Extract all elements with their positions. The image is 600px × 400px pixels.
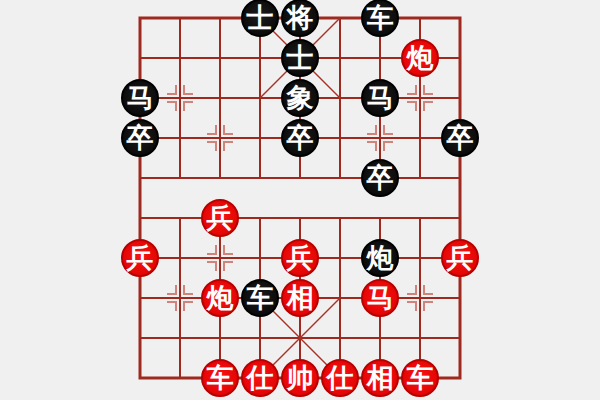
piece-glyph: 帅 bbox=[287, 364, 314, 391]
piece-black-general[interactable]: 将 bbox=[281, 0, 319, 37]
piece-glyph: 兵 bbox=[127, 244, 154, 271]
piece-glyph: 士 bbox=[247, 4, 274, 31]
piece-red-advisor[interactable]: 仕 bbox=[241, 359, 279, 397]
piece-red-soldier[interactable]: 兵 bbox=[281, 239, 319, 277]
piece-glyph: 马 bbox=[127, 84, 154, 111]
piece-glyph: 车 bbox=[407, 364, 434, 391]
piece-red-cannon[interactable]: 炮 bbox=[401, 39, 439, 77]
piece-glyph: 卒 bbox=[127, 124, 154, 151]
piece-glyph: 兵 bbox=[207, 204, 234, 231]
piece-red-elephant[interactable]: 相 bbox=[361, 359, 399, 397]
piece-glyph: 卒 bbox=[287, 124, 314, 151]
piece-glyph: 仕 bbox=[327, 364, 354, 391]
piece-red-advisor[interactable]: 仕 bbox=[321, 359, 359, 397]
piece-black-elephant[interactable]: 象 bbox=[281, 79, 319, 117]
piece-red-soldier[interactable]: 兵 bbox=[441, 239, 479, 277]
piece-red-soldier[interactable]: 兵 bbox=[121, 239, 159, 277]
piece-black-soldier[interactable]: 卒 bbox=[361, 159, 399, 197]
xiangqi-board[interactable]: 士将车士炮马象马卒卒卒卒兵兵兵炮兵炮车相马车仕帅仕相车 bbox=[120, 0, 480, 398]
piece-glyph: 卒 bbox=[447, 124, 474, 151]
piece-black-cannon[interactable]: 炮 bbox=[361, 239, 399, 277]
piece-black-advisor[interactable]: 士 bbox=[281, 39, 319, 77]
piece-glyph: 炮 bbox=[367, 244, 394, 271]
piece-glyph: 象 bbox=[287, 84, 314, 111]
piece-glyph: 相 bbox=[367, 364, 394, 391]
piece-glyph: 马 bbox=[367, 84, 394, 111]
piece-red-elephant[interactable]: 相 bbox=[281, 279, 319, 317]
piece-glyph: 仕 bbox=[247, 364, 274, 391]
piece-glyph: 相 bbox=[287, 284, 314, 311]
piece-glyph: 兵 bbox=[447, 244, 474, 271]
piece-glyph: 炮 bbox=[207, 284, 234, 311]
piece-black-advisor[interactable]: 士 bbox=[241, 0, 279, 37]
piece-black-horse[interactable]: 马 bbox=[121, 79, 159, 117]
piece-red-cannon[interactable]: 炮 bbox=[201, 279, 239, 317]
piece-red-chariot[interactable]: 车 bbox=[401, 359, 439, 397]
piece-glyph: 车 bbox=[207, 364, 234, 391]
xiangqi-diagram: 士将车士炮马象马卒卒卒卒兵兵兵炮兵炮车相马车仕帅仕相车 bbox=[0, 0, 600, 400]
piece-glyph: 马 bbox=[367, 284, 394, 311]
piece-black-chariot[interactable]: 车 bbox=[361, 0, 399, 37]
piece-red-soldier[interactable]: 兵 bbox=[201, 199, 239, 237]
piece-red-horse[interactable]: 马 bbox=[361, 279, 399, 317]
piece-glyph: 炮 bbox=[407, 44, 434, 71]
piece-glyph: 车 bbox=[247, 284, 274, 311]
piece-red-general[interactable]: 帅 bbox=[281, 359, 319, 397]
piece-black-soldier[interactable]: 卒 bbox=[121, 119, 159, 157]
piece-glyph: 士 bbox=[287, 44, 314, 71]
piece-red-chariot[interactable]: 车 bbox=[201, 359, 239, 397]
piece-black-soldier[interactable]: 卒 bbox=[441, 119, 479, 157]
piece-black-soldier[interactable]: 卒 bbox=[281, 119, 319, 157]
piece-glyph: 将 bbox=[287, 4, 314, 31]
piece-glyph: 车 bbox=[367, 4, 394, 31]
piece-black-horse[interactable]: 马 bbox=[361, 79, 399, 117]
piece-glyph: 兵 bbox=[287, 244, 314, 271]
piece-glyph: 卒 bbox=[367, 164, 394, 191]
piece-black-chariot[interactable]: 车 bbox=[241, 279, 279, 317]
